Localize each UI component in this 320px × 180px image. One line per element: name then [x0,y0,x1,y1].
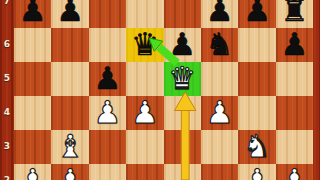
piece-white-pawn-b2[interactable]: ♟ [51,164,88,180]
piece-black-rook-h7[interactable]: ♜ [276,0,313,28]
square-a7[interactable]: ♟ [14,0,51,28]
piece-white-pawn-a2[interactable]: ♟ [14,164,51,180]
square-h2[interactable]: ♟ [276,164,313,180]
square-h7[interactable]: ♜ [276,0,313,28]
square-e6[interactable]: ♟ [164,28,201,62]
square-d2[interactable] [126,164,163,180]
square-a3[interactable] [14,130,51,164]
square-f4[interactable]: ♟ [201,96,238,130]
rank-label-3: 3 [0,141,14,151]
square-h3[interactable] [276,130,313,164]
square-e7[interactable] [164,0,201,28]
piece-black-pawn-c5[interactable]: ♟ [89,62,126,96]
square-h5[interactable] [276,62,313,96]
piece-white-queen-e5[interactable]: ♛ [164,62,201,96]
square-c5[interactable]: ♟ [89,62,126,96]
square-b3[interactable]: ♝ [51,130,88,164]
square-g7[interactable]: ♟ [238,0,275,28]
square-e3[interactable] [164,130,201,164]
square-g2[interactable]: ♟ [238,164,275,180]
square-d4[interactable]: ♟ [126,96,163,130]
piece-black-pawn-a7[interactable]: ♟ [14,0,51,28]
square-g4[interactable] [238,96,275,130]
square-f7[interactable]: ♟ [201,0,238,28]
square-c6[interactable] [89,28,126,62]
square-h4[interactable] [276,96,313,130]
square-b7[interactable]: ♟ [51,0,88,28]
square-c3[interactable] [89,130,126,164]
piece-white-pawn-g2[interactable]: ♟ [238,164,275,180]
piece-white-pawn-d4[interactable]: ♟ [126,96,163,130]
square-f6[interactable]: ♞ [201,28,238,62]
square-c7[interactable] [89,0,126,28]
square-f3[interactable] [201,130,238,164]
square-g5[interactable] [238,62,275,96]
square-f5[interactable] [201,62,238,96]
piece-black-knight-f6[interactable]: ♞ [201,28,238,62]
square-a6[interactable] [14,28,51,62]
square-d5[interactable] [126,62,163,96]
square-b2[interactable]: ♟ [51,164,88,180]
square-b5[interactable] [51,62,88,96]
rank-label-7: 7 [0,0,14,6]
piece-black-queen-d6[interactable]: ♛ [126,28,163,62]
piece-white-pawn-h2[interactable]: ♟ [276,164,313,180]
square-g3[interactable]: ♞ [238,130,275,164]
rank-label-2: 2 [0,175,14,180]
piece-black-pawn-f7[interactable]: ♟ [201,0,238,28]
rank-label-5: 5 [0,73,14,83]
square-g6[interactable] [238,28,275,62]
piece-white-knight-g3[interactable]: ♞ [238,130,275,164]
piece-white-pawn-c4[interactable]: ♟ [89,96,126,130]
square-b6[interactable] [51,28,88,62]
square-e5[interactable]: ♛ [164,62,201,96]
square-d7[interactable] [126,0,163,28]
rank-label-4: 4 [0,107,14,117]
square-e2[interactable] [164,164,201,180]
piece-black-pawn-b7[interactable]: ♟ [51,0,88,28]
square-c4[interactable]: ♟ [89,96,126,130]
rank-label-6: 6 [0,39,14,49]
square-c2[interactable] [89,164,126,180]
chess-board: ♟♟♟♟♜♛♟♞♟♟♛♟♟♟♝♞♟♟♟♟ [14,0,313,180]
square-h6[interactable]: ♟ [276,28,313,62]
square-e4[interactable] [164,96,201,130]
square-b4[interactable] [51,96,88,130]
piece-white-bishop-b3[interactable]: ♝ [51,130,88,164]
piece-white-pawn-f4[interactable]: ♟ [201,96,238,130]
square-d6[interactable]: ♛ [126,28,163,62]
square-a5[interactable] [14,62,51,96]
square-a2[interactable]: ♟ [14,164,51,180]
piece-black-pawn-e6[interactable]: ♟ [164,28,201,62]
square-d3[interactable] [126,130,163,164]
piece-black-pawn-h6[interactable]: ♟ [276,28,313,62]
square-f2[interactable] [201,164,238,180]
square-a4[interactable] [14,96,51,130]
chess-board-view: ♟♟♟♟♜♛♟♞♟♟♛♟♟♟♝♞♟♟♟♟ 765432 [0,0,320,180]
piece-black-pawn-g7[interactable]: ♟ [238,0,275,28]
